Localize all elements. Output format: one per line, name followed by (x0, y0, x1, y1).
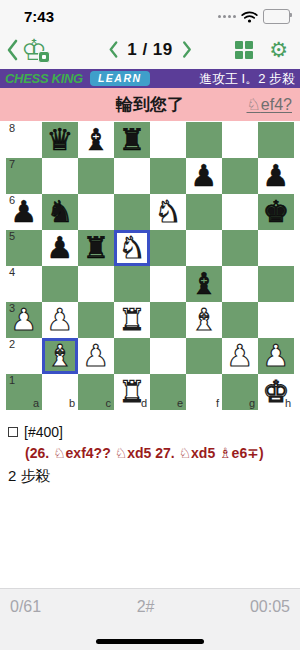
back-chevron-icon[interactable] (6, 39, 19, 61)
square-f8[interactable] (186, 122, 222, 158)
square-a2[interactable]: 2 (6, 338, 42, 374)
square-c1[interactable]: c (78, 374, 114, 410)
square-d4[interactable] (114, 266, 150, 302)
square-b3[interactable]: ♟ (42, 302, 78, 338)
square-f5[interactable] (186, 230, 222, 266)
file-label-h: h (285, 398, 291, 409)
square-c5[interactable]: ♜ (78, 230, 114, 266)
square-d7[interactable] (114, 158, 150, 194)
square-e8[interactable] (150, 122, 186, 158)
variation-line: (26. ♘exf4?? ♘xd5 27. ♘xd5 ♗e6∓) (8, 445, 292, 461)
white-pawn: ♟ (263, 338, 290, 374)
task-text: 2 步殺 (8, 467, 292, 486)
rank-label-1: 1 (9, 375, 15, 386)
puzzle-id-line: [#400] (8, 424, 292, 440)
square-d5[interactable]: ♞ (114, 230, 150, 266)
square-a1[interactable]: 1a (6, 374, 42, 410)
rank-label-5: 5 (9, 231, 15, 242)
rank-label-7: 7 (9, 159, 15, 170)
rank-label-2: 2 (9, 339, 15, 350)
square-a7[interactable]: 7 (6, 158, 42, 194)
square-d1[interactable]: d♜ (114, 374, 150, 410)
black-king: ♚ (263, 194, 290, 230)
square-d8[interactable]: ♜ (114, 122, 150, 158)
rank-label-6: 6 (9, 195, 15, 206)
square-e3[interactable] (150, 302, 186, 338)
square-c3[interactable] (78, 302, 114, 338)
status-icons (218, 9, 290, 24)
learn-badge: LEARN (90, 71, 150, 86)
square-b6[interactable]: ♞ (42, 194, 78, 230)
square-a3[interactable]: 3♟ (6, 302, 42, 338)
rank-label-8: 8 (9, 123, 15, 134)
file-label-a: a (33, 398, 39, 409)
square-a8[interactable]: 8 (6, 122, 42, 158)
puzzle-id: [#400] (24, 424, 63, 440)
square-d2[interactable] (114, 338, 150, 374)
square-f6[interactable] (186, 194, 222, 230)
square-e6[interactable]: ♞ (150, 194, 186, 230)
square-h1[interactable]: h♚ (258, 374, 294, 410)
square-b2[interactable]: ♝ (42, 338, 78, 374)
square-b7[interactable] (42, 158, 78, 194)
square-g4[interactable] (222, 266, 258, 302)
square-b8[interactable]: ♛ (42, 122, 78, 158)
file-label-d: d (141, 398, 147, 409)
black-bishop: ♝ (191, 266, 218, 302)
square-a6[interactable]: 6♟ (6, 194, 42, 230)
square-e5[interactable] (150, 230, 186, 266)
chess-board: 8♛♝♜7♟♟6♟♞♞♚5♟♜♞4♝3♟♟♜♝2♝♟♟♟1abcd♜efgh♚ (6, 122, 294, 410)
footer-bar: 0/61 2# 00:05 (0, 588, 300, 650)
file-label-g: g (249, 398, 255, 409)
square-g7[interactable] (222, 158, 258, 194)
file-label-f: f (216, 398, 219, 409)
wifi-icon (241, 11, 258, 23)
cellular-signal-icon (218, 15, 236, 18)
battery-icon (263, 9, 290, 24)
black-pawn: ♟ (191, 158, 218, 194)
black-bishop: ♝ (83, 122, 110, 158)
black-pawn: ♟ (263, 158, 290, 194)
prev-puzzle-chevron-icon[interactable] (108, 41, 118, 58)
square-e1[interactable]: e (150, 374, 186, 410)
rank-label-4: 4 (9, 267, 15, 278)
black-knight: ♞ (47, 194, 74, 230)
mate-goal: 2# (137, 598, 155, 616)
square-f2[interactable] (186, 338, 222, 374)
square-g5[interactable] (222, 230, 258, 266)
next-puzzle-chevron-icon[interactable] (182, 41, 192, 58)
square-a4[interactable]: 4 (6, 266, 42, 302)
clock-time: 7:43 (24, 8, 54, 25)
square-b4[interactable] (42, 266, 78, 302)
square-c4[interactable] (78, 266, 114, 302)
square-h7[interactable]: ♟ (258, 158, 294, 194)
square-h8[interactable] (258, 122, 294, 158)
square-h2[interactable]: ♟ (258, 338, 294, 374)
black-rook: ♜ (119, 122, 146, 158)
nav-bar: ♔ 1 / 19 ⚙ (0, 30, 300, 69)
brand-name: CHESS KING (5, 71, 83, 87)
score-counter: 0/61 (10, 598, 41, 616)
status-bar: 7:43 (0, 0, 300, 30)
square-e2[interactable] (150, 338, 186, 374)
white-bishop: ♝ (191, 302, 218, 338)
annotation-area: [#400] (26. ♘exf4?? ♘xd5 27. ♘xd5 ♗e6∓) … (0, 410, 300, 486)
black-rook: ♜ (83, 230, 110, 266)
square-d6[interactable] (114, 194, 150, 230)
square-b1[interactable]: b (42, 374, 78, 410)
black-queen: ♛ (47, 122, 74, 158)
square-g6[interactable] (222, 194, 258, 230)
square-c8[interactable]: ♝ (78, 122, 114, 158)
chess-king-logo-icon[interactable]: ♔ (21, 35, 47, 65)
puzzle-counter: 1 / 19 (127, 40, 173, 60)
square-g8[interactable] (222, 122, 258, 158)
timer: 00:05 (250, 598, 290, 616)
white-knight: ♞ (155, 194, 182, 230)
square-b5[interactable]: ♟ (42, 230, 78, 266)
hint-move-link[interactable]: ♘ef4? (247, 95, 292, 114)
file-label-b: b (69, 398, 75, 409)
white-pawn: ♟ (83, 338, 110, 374)
hint-move-text: ef4? (261, 96, 292, 113)
square-f1[interactable]: f (186, 374, 222, 410)
square-e4[interactable] (150, 266, 186, 302)
file-label-e: e (177, 398, 183, 409)
brand-bar: CHESS KING LEARN 進攻王 I。2 步殺 (0, 69, 300, 88)
square-d3[interactable]: ♜ (114, 302, 150, 338)
white-rook: ♜ (119, 302, 146, 338)
white-knight: ♞ (119, 230, 146, 266)
square-f3[interactable]: ♝ (186, 302, 222, 338)
white-to-move-marker-icon (8, 427, 18, 437)
black-pawn: ♟ (47, 230, 74, 266)
square-h3[interactable] (258, 302, 294, 338)
puzzle-list-grid-icon[interactable] (235, 41, 253, 59)
knight-figurine-icon: ♘ (247, 95, 261, 114)
square-h5[interactable] (258, 230, 294, 266)
settings-gear-icon[interactable]: ⚙ (269, 40, 288, 60)
turn-message: 輪到您了 (116, 93, 184, 116)
square-g3[interactable] (222, 302, 258, 338)
white-pawn: ♟ (227, 338, 254, 374)
square-e7[interactable] (150, 158, 186, 194)
square-c6[interactable] (78, 194, 114, 230)
square-c7[interactable] (78, 158, 114, 194)
square-c2[interactable]: ♟ (78, 338, 114, 374)
file-label-c: c (106, 398, 112, 409)
home-indicator[interactable] (96, 639, 204, 644)
square-f7[interactable]: ♟ (186, 158, 222, 194)
square-f4[interactable]: ♝ (186, 266, 222, 302)
square-g1[interactable]: g (222, 374, 258, 410)
white-bishop: ♝ (47, 338, 74, 374)
square-h4[interactable] (258, 266, 294, 302)
white-pawn: ♟ (47, 302, 74, 338)
course-title: 進攻王 I。2 步殺 (199, 70, 295, 88)
rank-label-3: 3 (9, 303, 15, 314)
square-g2[interactable]: ♟ (222, 338, 258, 374)
square-h6[interactable]: ♚ (258, 194, 294, 230)
square-a5[interactable]: 5 (6, 230, 42, 266)
prompt-bar: 輪到您了 ♘ef4? (0, 88, 300, 121)
